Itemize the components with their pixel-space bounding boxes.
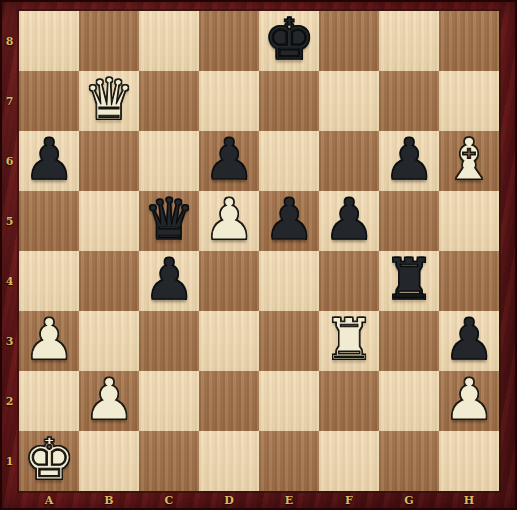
square-d8[interactable] bbox=[199, 11, 259, 71]
file-labels: ABCDEFGH bbox=[19, 491, 499, 510]
square-d1[interactable] bbox=[199, 431, 259, 491]
square-f5[interactable]: ♟ bbox=[319, 191, 379, 251]
square-d4[interactable] bbox=[199, 251, 259, 311]
square-b8[interactable] bbox=[79, 11, 139, 71]
white-king[interactable]: ♚ bbox=[23, 429, 74, 489]
white-pawn[interactable]: ♟ bbox=[203, 189, 254, 249]
black-pawn[interactable]: ♟ bbox=[23, 129, 74, 189]
square-f7[interactable] bbox=[319, 71, 379, 131]
square-g8[interactable] bbox=[379, 11, 439, 71]
square-d7[interactable] bbox=[199, 71, 259, 131]
square-e4[interactable] bbox=[259, 251, 319, 311]
square-a4[interactable] bbox=[19, 251, 79, 311]
rank-label-6: 6 bbox=[0, 131, 19, 191]
square-a6[interactable]: ♟ bbox=[19, 131, 79, 191]
square-c2[interactable] bbox=[139, 371, 199, 431]
white-rook[interactable]: ♜ bbox=[323, 309, 374, 369]
square-f3[interactable]: ♜ bbox=[319, 311, 379, 371]
square-h7[interactable] bbox=[439, 71, 499, 131]
square-a2[interactable] bbox=[19, 371, 79, 431]
square-g7[interactable] bbox=[379, 71, 439, 131]
square-g6[interactable]: ♟ bbox=[379, 131, 439, 191]
square-b2[interactable]: ♟ bbox=[79, 371, 139, 431]
square-b6[interactable] bbox=[79, 131, 139, 191]
black-pawn[interactable]: ♟ bbox=[203, 129, 254, 189]
rank-label-8: 8 bbox=[0, 11, 19, 71]
square-f8[interactable] bbox=[319, 11, 379, 71]
square-h8[interactable] bbox=[439, 11, 499, 71]
square-e7[interactable] bbox=[259, 71, 319, 131]
square-f4[interactable] bbox=[319, 251, 379, 311]
square-h2[interactable]: ♟ bbox=[439, 371, 499, 431]
square-c8[interactable] bbox=[139, 11, 199, 71]
square-e8[interactable]: ♚ bbox=[259, 11, 319, 71]
square-g4[interactable]: ♜ bbox=[379, 251, 439, 311]
square-g3[interactable] bbox=[379, 311, 439, 371]
black-pawn[interactable]: ♟ bbox=[443, 309, 494, 369]
square-a8[interactable] bbox=[19, 11, 79, 71]
square-g1[interactable] bbox=[379, 431, 439, 491]
chess-app-window: 87654321 ABCDEFGH ♚♛♟♟♟♝♛♟♟♟♟♜♟♜♟♟♟♚ bbox=[0, 0, 517, 510]
square-c5[interactable]: ♛ bbox=[139, 191, 199, 251]
square-f2[interactable] bbox=[319, 371, 379, 431]
square-e1[interactable] bbox=[259, 431, 319, 491]
file-label-a: A bbox=[19, 491, 79, 510]
black-pawn[interactable]: ♟ bbox=[263, 189, 314, 249]
white-pawn[interactable]: ♟ bbox=[83, 369, 134, 429]
rank-label-2: 2 bbox=[0, 371, 19, 431]
square-g5[interactable] bbox=[379, 191, 439, 251]
square-b1[interactable] bbox=[79, 431, 139, 491]
black-pawn[interactable]: ♟ bbox=[143, 249, 194, 309]
rank-label-5: 5 bbox=[0, 191, 19, 251]
square-d3[interactable] bbox=[199, 311, 259, 371]
rank-label-3: 3 bbox=[0, 311, 19, 371]
file-label-h: H bbox=[439, 491, 499, 510]
square-a7[interactable] bbox=[19, 71, 79, 131]
square-b7[interactable]: ♛ bbox=[79, 71, 139, 131]
white-pawn[interactable]: ♟ bbox=[443, 369, 494, 429]
black-king[interactable]: ♚ bbox=[263, 9, 314, 69]
square-a1[interactable]: ♚ bbox=[19, 431, 79, 491]
square-e2[interactable] bbox=[259, 371, 319, 431]
square-b4[interactable] bbox=[79, 251, 139, 311]
white-queen[interactable]: ♛ bbox=[83, 69, 134, 129]
black-pawn[interactable]: ♟ bbox=[383, 129, 434, 189]
square-h4[interactable] bbox=[439, 251, 499, 311]
file-label-g: G bbox=[379, 491, 439, 510]
rank-label-7: 7 bbox=[0, 71, 19, 131]
square-c7[interactable] bbox=[139, 71, 199, 131]
square-f6[interactable] bbox=[319, 131, 379, 191]
square-h1[interactable] bbox=[439, 431, 499, 491]
square-c6[interactable] bbox=[139, 131, 199, 191]
square-e5[interactable]: ♟ bbox=[259, 191, 319, 251]
square-c3[interactable] bbox=[139, 311, 199, 371]
square-e6[interactable] bbox=[259, 131, 319, 191]
chessboard[interactable]: ♚♛♟♟♟♝♛♟♟♟♟♜♟♜♟♟♟♚ bbox=[19, 11, 499, 491]
square-d6[interactable]: ♟ bbox=[199, 131, 259, 191]
square-g2[interactable] bbox=[379, 371, 439, 431]
rank-label-1: 1 bbox=[0, 431, 19, 491]
square-d2[interactable] bbox=[199, 371, 259, 431]
file-label-c: C bbox=[139, 491, 199, 510]
file-label-d: D bbox=[199, 491, 259, 510]
white-bishop[interactable]: ♝ bbox=[443, 129, 494, 189]
rank-label-4: 4 bbox=[0, 251, 19, 311]
square-a3[interactable]: ♟ bbox=[19, 311, 79, 371]
square-h6[interactable]: ♝ bbox=[439, 131, 499, 191]
file-label-b: B bbox=[79, 491, 139, 510]
square-c1[interactable] bbox=[139, 431, 199, 491]
file-label-e: E bbox=[259, 491, 319, 510]
rank-labels: 87654321 bbox=[0, 11, 19, 491]
black-pawn[interactable]: ♟ bbox=[323, 189, 374, 249]
square-f1[interactable] bbox=[319, 431, 379, 491]
square-c4[interactable]: ♟ bbox=[139, 251, 199, 311]
black-rook[interactable]: ♜ bbox=[383, 249, 434, 309]
square-h3[interactable]: ♟ bbox=[439, 311, 499, 371]
square-e3[interactable] bbox=[259, 311, 319, 371]
white-pawn[interactable]: ♟ bbox=[23, 309, 74, 369]
square-b5[interactable] bbox=[79, 191, 139, 251]
file-label-f: F bbox=[319, 491, 379, 510]
square-d5[interactable]: ♟ bbox=[199, 191, 259, 251]
square-a5[interactable] bbox=[19, 191, 79, 251]
square-b3[interactable] bbox=[79, 311, 139, 371]
black-queen[interactable]: ♛ bbox=[143, 189, 194, 249]
square-h5[interactable] bbox=[439, 191, 499, 251]
